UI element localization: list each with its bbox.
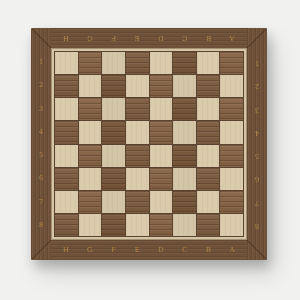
square-h8[interactable] [55, 214, 78, 236]
square-a4[interactable] [220, 121, 243, 143]
square-e7[interactable] [126, 191, 149, 213]
square-b8[interactable] [197, 214, 220, 236]
square-g7[interactable] [79, 191, 102, 213]
square-e4[interactable] [126, 121, 149, 143]
chess-board: HGFEDCBA HGFEDCBA 12345678 12345678 [31, 28, 267, 260]
square-f5[interactable] [102, 145, 125, 167]
square-g3[interactable] [79, 98, 102, 120]
square-b2[interactable] [197, 75, 220, 97]
square-f1[interactable] [102, 52, 125, 74]
square-c8[interactable] [173, 214, 196, 236]
square-e6[interactable] [126, 168, 149, 190]
square-b5[interactable] [197, 145, 220, 167]
square-h6[interactable] [55, 168, 78, 190]
square-h3[interactable] [55, 98, 78, 120]
square-a5[interactable] [220, 145, 243, 167]
board-frame-left [31, 28, 51, 260]
square-c4[interactable] [173, 121, 196, 143]
square-c2[interactable] [173, 75, 196, 97]
board-frame-bottom [31, 240, 267, 260]
square-a2[interactable] [220, 75, 243, 97]
square-b6[interactable] [197, 168, 220, 190]
board-frame-right [247, 28, 267, 260]
square-a6[interactable] [220, 168, 243, 190]
board-grid [54, 51, 244, 237]
square-e5[interactable] [126, 145, 149, 167]
square-g6[interactable] [79, 168, 102, 190]
square-f3[interactable] [102, 98, 125, 120]
square-g1[interactable] [79, 52, 102, 74]
square-a8[interactable] [220, 214, 243, 236]
square-h1[interactable] [55, 52, 78, 74]
square-d7[interactable] [150, 191, 173, 213]
square-e8[interactable] [126, 214, 149, 236]
square-d5[interactable] [150, 145, 173, 167]
square-g4[interactable] [79, 121, 102, 143]
square-g8[interactable] [79, 214, 102, 236]
square-d6[interactable] [150, 168, 173, 190]
square-h4[interactable] [55, 121, 78, 143]
square-d8[interactable] [150, 214, 173, 236]
square-b3[interactable] [197, 98, 220, 120]
square-f4[interactable] [102, 121, 125, 143]
square-e1[interactable] [126, 52, 149, 74]
square-c5[interactable] [173, 145, 196, 167]
square-d4[interactable] [150, 121, 173, 143]
square-g5[interactable] [79, 145, 102, 167]
square-c6[interactable] [173, 168, 196, 190]
square-h7[interactable] [55, 191, 78, 213]
square-d3[interactable] [150, 98, 173, 120]
square-f2[interactable] [102, 75, 125, 97]
square-b7[interactable] [197, 191, 220, 213]
square-a1[interactable] [220, 52, 243, 74]
photo-background: HGFEDCBA HGFEDCBA 12345678 12345678 [0, 0, 300, 300]
square-d1[interactable] [150, 52, 173, 74]
square-e2[interactable] [126, 75, 149, 97]
square-d2[interactable] [150, 75, 173, 97]
square-f7[interactable] [102, 191, 125, 213]
square-h5[interactable] [55, 145, 78, 167]
board-inner-border [51, 48, 247, 240]
square-f8[interactable] [102, 214, 125, 236]
square-h2[interactable] [55, 75, 78, 97]
square-g2[interactable] [79, 75, 102, 97]
square-c1[interactable] [173, 52, 196, 74]
square-c7[interactable] [173, 191, 196, 213]
square-f6[interactable] [102, 168, 125, 190]
square-a7[interactable] [220, 191, 243, 213]
square-b1[interactable] [197, 52, 220, 74]
square-a3[interactable] [220, 98, 243, 120]
square-c3[interactable] [173, 98, 196, 120]
square-b4[interactable] [197, 121, 220, 143]
board-frame-top [31, 28, 267, 48]
square-e3[interactable] [126, 98, 149, 120]
